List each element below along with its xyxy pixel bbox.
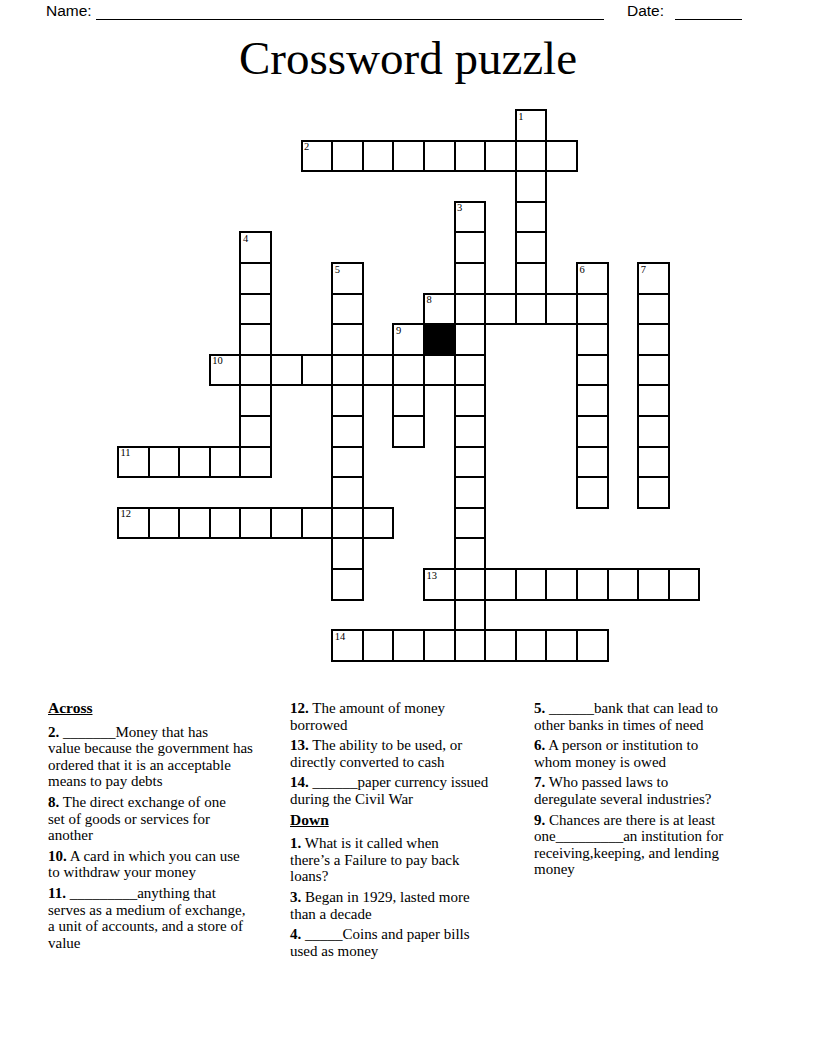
grid-cell[interactable]	[454, 629, 487, 662]
grid-cell[interactable]	[239, 293, 272, 326]
grid-cell[interactable]	[331, 507, 364, 540]
grid-cell[interactable]	[331, 140, 364, 173]
grid-cell[interactable]	[637, 323, 670, 356]
clue-1: 1. What is it called whenthere’s a Failu…	[290, 835, 536, 885]
grid-cell[interactable]	[637, 354, 670, 387]
clue-column-2: 12. The amount of moneyborrowed13. The a…	[290, 700, 536, 963]
grid-cell[interactable]	[270, 354, 303, 387]
clue-6: 6. A person or institution towhom money …	[534, 737, 780, 770]
grid-cell[interactable]	[239, 446, 272, 479]
clue-13: 13. The ability to be used, ordirectly c…	[290, 737, 536, 770]
cell-number-14: 14	[335, 632, 346, 643]
grid-cell[interactable]	[148, 446, 181, 479]
cell-number-1: 1	[518, 112, 523, 123]
cell-number-10: 10	[212, 356, 223, 367]
cell-number-2: 2	[304, 142, 309, 153]
grid-cell[interactable]	[301, 354, 334, 387]
grid-cell[interactable]	[239, 354, 272, 387]
grid-cell[interactable]	[454, 507, 487, 540]
grid-cell[interactable]	[331, 568, 364, 601]
cell-number-4: 4	[243, 234, 248, 245]
grid-cell[interactable]	[301, 507, 334, 540]
grid-cell[interactable]	[178, 446, 211, 479]
grid-cell[interactable]	[239, 384, 272, 417]
cell-number-7: 7	[641, 265, 646, 276]
grid-cell[interactable]	[331, 384, 364, 417]
clue-4: 4. _____Coins and paper billsused as mon…	[290, 926, 536, 959]
grid-cell[interactable]	[515, 140, 548, 173]
grid-cell[interactable]	[362, 629, 395, 662]
grid-cell[interactable]	[454, 354, 487, 387]
grid-cell[interactable]	[454, 568, 487, 601]
grid-cell[interactable]	[515, 568, 548, 601]
grid-cell[interactable]	[545, 568, 578, 601]
grid-cell[interactable]	[454, 599, 487, 632]
grid-cell[interactable]	[515, 629, 548, 662]
page-title: Crossword puzzle	[0, 33, 816, 85]
cell-number-3: 3	[457, 203, 462, 214]
clue-section-header-across: Across	[48, 700, 294, 717]
grid-cell[interactable]	[423, 629, 456, 662]
grid-cell[interactable]	[392, 415, 425, 448]
clue-10: 10. A card in which you can useto withdr…	[48, 848, 294, 881]
cell-number-9: 9	[396, 326, 401, 337]
clue-column-1: Across2. _______Money that hasvalue beca…	[48, 700, 294, 955]
grid-cell[interactable]	[270, 507, 303, 540]
grid-cell[interactable]	[392, 354, 425, 387]
grid-cell[interactable]	[239, 415, 272, 448]
grid-cell[interactable]	[576, 354, 609, 387]
clue-column-3: 5. ______bank that can lead toother bank…	[534, 700, 780, 882]
cell-number-5: 5	[335, 265, 340, 276]
grid-cell[interactable]	[454, 323, 487, 356]
grid-cell[interactable]	[331, 446, 364, 479]
clue-2: 2. _______Money that hasvalue because th…	[48, 724, 294, 790]
grid-cell[interactable]	[454, 476, 487, 509]
grid-cell[interactable]	[209, 446, 242, 479]
grid-cell[interactable]	[331, 415, 364, 448]
grid-cell[interactable]	[576, 415, 609, 448]
grid-cell[interactable]	[454, 415, 487, 448]
grid-cell[interactable]	[392, 629, 425, 662]
clue-5: 5. ______bank that can lead toother bank…	[534, 700, 780, 733]
grid-cell[interactable]	[515, 170, 548, 203]
grid-cell[interactable]	[454, 537, 487, 570]
name-blank-line	[96, 5, 604, 20]
grid-cell[interactable]	[576, 568, 609, 601]
cell-number-6: 6	[580, 265, 585, 276]
grid-cell[interactable]	[637, 415, 670, 448]
grid-cell[interactable]	[331, 354, 364, 387]
grid-cell[interactable]	[515, 262, 548, 295]
grid-cell[interactable]	[637, 568, 670, 601]
clue-14: 14. ______paper currency issuedduring th…	[290, 774, 536, 807]
grid-cell[interactable]	[576, 476, 609, 509]
grid-cell[interactable]	[576, 293, 609, 326]
clue-11: 11. _________anything thatserves as a me…	[48, 885, 294, 951]
grid-cell[interactable]	[637, 446, 670, 479]
grid-cell[interactable]	[392, 140, 425, 173]
grid-cell[interactable]	[576, 384, 609, 417]
grid-cell[interactable]	[239, 262, 272, 295]
name-label: Name:	[46, 2, 92, 20]
grid-cell[interactable]	[576, 323, 609, 356]
grid-cell[interactable]	[362, 507, 395, 540]
grid-cell[interactable]	[239, 323, 272, 356]
grid-cell[interactable]	[545, 140, 578, 173]
grid-cell[interactable]	[423, 140, 456, 173]
grid-cell[interactable]	[484, 629, 517, 662]
clue-9: 9. Chances are there is at leastone_____…	[534, 812, 780, 878]
grid-cell[interactable]	[178, 507, 211, 540]
cell-number-12: 12	[121, 509, 132, 520]
grid-cell[interactable]	[239, 507, 272, 540]
grid-cell[interactable]	[545, 629, 578, 662]
grid-cell[interactable]	[331, 323, 364, 356]
clue-12: 12. The amount of moneyborrowed	[290, 700, 536, 733]
grid-cell[interactable]	[209, 507, 242, 540]
grid-cell[interactable]	[331, 476, 364, 509]
clue-section-header-down: Down	[290, 812, 536, 829]
clue-7: 7. Who passed laws toderegulate several …	[534, 774, 780, 807]
grid-cell[interactable]	[484, 140, 517, 173]
grid-cell[interactable]	[454, 140, 487, 173]
date-label: Date:	[627, 2, 664, 20]
cell-number-11: 11	[121, 448, 131, 459]
grid-cell[interactable]	[545, 293, 578, 326]
grid-cell[interactable]	[454, 262, 487, 295]
grid-cell[interactable]	[637, 476, 670, 509]
clue-3: 3. Began in 1929, lasted morethan a deca…	[290, 889, 536, 922]
grid-cell[interactable]	[515, 201, 548, 234]
grid-cell[interactable]	[362, 140, 395, 173]
grid-cell[interactable]	[454, 231, 487, 264]
grid-cell[interactable]	[392, 384, 425, 417]
date-blank-line	[675, 5, 742, 20]
grid-cell[interactable]	[576, 446, 609, 479]
grid-cell[interactable]	[148, 507, 181, 540]
grid-cell[interactable]	[362, 354, 395, 387]
crossword-grid: 1234567891011121314	[117, 109, 701, 662]
grid-cell[interactable]	[331, 293, 364, 326]
grid-cell[interactable]	[423, 354, 456, 387]
grid-cell[interactable]	[515, 231, 548, 264]
grid-cell[interactable]	[607, 568, 640, 601]
grid-cell[interactable]	[454, 384, 487, 417]
cell-number-13: 13	[427, 571, 438, 582]
grid-cell[interactable]	[637, 293, 670, 326]
black-cell	[423, 323, 456, 356]
grid-cell[interactable]	[454, 293, 487, 326]
grid-cell[interactable]	[637, 384, 670, 417]
grid-cell[interactable]	[331, 537, 364, 570]
grid-cell[interactable]	[484, 568, 517, 601]
grid-cell[interactable]	[484, 293, 517, 326]
grid-cell[interactable]	[576, 629, 609, 662]
cell-number-8: 8	[427, 295, 432, 306]
grid-cell[interactable]	[515, 293, 548, 326]
clue-8: 8. The direct exchange of oneset of good…	[48, 794, 294, 844]
grid-cell[interactable]	[668, 568, 701, 601]
grid-cell[interactable]	[454, 446, 487, 479]
